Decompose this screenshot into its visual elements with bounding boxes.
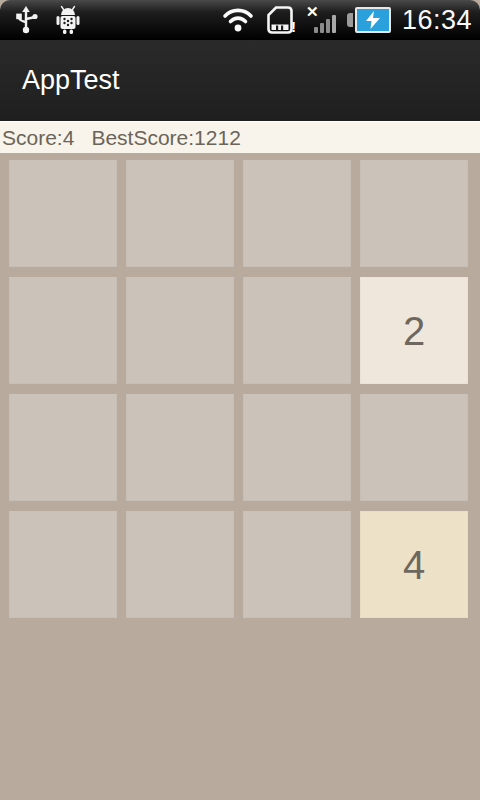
tile-value: 2 bbox=[403, 311, 425, 351]
sdcard-alert-mark: ! bbox=[291, 19, 296, 34]
signal-bars bbox=[314, 15, 336, 33]
board-cell bbox=[360, 394, 468, 501]
tile-4: 4 bbox=[360, 511, 468, 618]
battery-body bbox=[355, 7, 391, 33]
tile-2: 2 bbox=[360, 277, 468, 384]
board-cell bbox=[126, 277, 234, 384]
board-cell bbox=[126, 160, 234, 267]
board[interactable]: 24 bbox=[0, 153, 480, 618]
status-bar[interactable]: ! ✕ 16:34 bbox=[0, 0, 480, 40]
board-cell bbox=[9, 160, 117, 267]
board-cell bbox=[126, 511, 234, 618]
board-cell bbox=[9, 277, 117, 384]
battery-charging-icon bbox=[347, 7, 391, 33]
board-cell bbox=[243, 511, 351, 618]
score-bar: Score:4 BestScore:1212 bbox=[0, 121, 480, 153]
lightning-bolt-icon bbox=[366, 11, 380, 29]
usb-icon bbox=[12, 5, 40, 35]
score-value: Score:4 bbox=[2, 126, 74, 150]
status-left-icons bbox=[12, 5, 82, 35]
best-score-value: BestScore:1212 bbox=[91, 126, 240, 150]
board-cell bbox=[126, 394, 234, 501]
adb-debug-icon bbox=[54, 5, 82, 35]
no-signal-icon: ✕ bbox=[304, 5, 338, 35]
title-bar: AppTest bbox=[0, 40, 480, 121]
board-cell bbox=[243, 394, 351, 501]
status-right-icons: ! ✕ 16:34 bbox=[220, 5, 474, 36]
board-cell bbox=[360, 160, 468, 267]
sdcard-alert-icon: ! bbox=[265, 6, 295, 34]
board-cell bbox=[243, 277, 351, 384]
wifi-icon bbox=[220, 6, 256, 34]
screen: ! ✕ 16:34 AppTest Score:4 BestScore:1212 bbox=[0, 0, 480, 800]
board-cell bbox=[243, 160, 351, 267]
tile-value: 4 bbox=[403, 545, 425, 585]
status-clock: 16:34 bbox=[400, 5, 474, 36]
board-cell bbox=[9, 511, 117, 618]
app-title: AppTest bbox=[22, 65, 120, 96]
board-cell bbox=[9, 394, 117, 501]
battery-nub bbox=[347, 13, 353, 27]
